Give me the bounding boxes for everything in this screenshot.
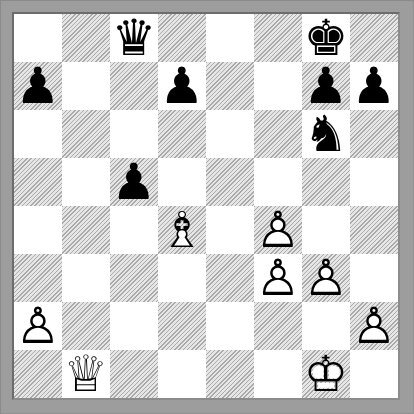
square-f8[interactable]	[254, 14, 302, 62]
piece-glyph: ♞	[304, 109, 349, 159]
square-b2[interactable]	[62, 302, 110, 350]
square-a7[interactable]: ♟	[14, 62, 62, 110]
piece-white-pawn: ♟♙	[302, 254, 350, 302]
square-e3[interactable]	[206, 254, 254, 302]
piece-glyph: ♟	[16, 61, 61, 111]
piece-white-pawn: ♟♙	[254, 254, 302, 302]
square-g3[interactable]: ♟♙	[302, 254, 350, 302]
square-g2[interactable]	[302, 302, 350, 350]
square-h7[interactable]: ♟	[350, 62, 398, 110]
square-e7[interactable]	[206, 62, 254, 110]
square-f1[interactable]	[254, 350, 302, 398]
square-d1[interactable]	[158, 350, 206, 398]
square-f4[interactable]: ♟♙	[254, 206, 302, 254]
piece-black-queen: ♛	[110, 14, 158, 62]
piece-glyph: ♙	[256, 253, 301, 303]
board-frame: ♛♚♟♟♟♟♞♟♝♗♟♙♟♙♟♙♟♙♟♙♛♕♚♔	[0, 0, 414, 414]
square-d8[interactable]	[158, 14, 206, 62]
square-h4[interactable]	[350, 206, 398, 254]
piece-black-pawn: ♟	[110, 158, 158, 206]
square-d7[interactable]: ♟	[158, 62, 206, 110]
piece-glyph: ♛	[112, 13, 157, 63]
square-f6[interactable]	[254, 110, 302, 158]
square-d4[interactable]: ♝♗	[158, 206, 206, 254]
square-e8[interactable]	[206, 14, 254, 62]
square-a1[interactable]	[14, 350, 62, 398]
square-a3[interactable]	[14, 254, 62, 302]
square-b5[interactable]	[62, 158, 110, 206]
square-b8[interactable]	[62, 14, 110, 62]
piece-white-pawn: ♟♙	[254, 206, 302, 254]
square-b1[interactable]: ♛♕	[62, 350, 110, 398]
square-d3[interactable]	[158, 254, 206, 302]
square-e1[interactable]	[206, 350, 254, 398]
square-c8[interactable]: ♛	[110, 14, 158, 62]
square-d6[interactable]	[158, 110, 206, 158]
piece-black-pawn: ♟	[14, 62, 62, 110]
square-a8[interactable]	[14, 14, 62, 62]
square-g1[interactable]: ♚♔	[302, 350, 350, 398]
square-g7[interactable]: ♟	[302, 62, 350, 110]
square-c4[interactable]	[110, 206, 158, 254]
square-b4[interactable]	[62, 206, 110, 254]
square-a6[interactable]	[14, 110, 62, 158]
piece-glyph: ♗	[160, 205, 205, 255]
square-g4[interactable]	[302, 206, 350, 254]
chess-board: ♛♚♟♟♟♟♞♟♝♗♟♙♟♙♟♙♟♙♟♙♛♕♚♔	[12, 12, 400, 400]
square-e5[interactable]	[206, 158, 254, 206]
piece-white-pawn: ♟♙	[14, 302, 62, 350]
square-f5[interactable]	[254, 158, 302, 206]
piece-glyph: ♙	[304, 253, 349, 303]
square-e2[interactable]	[206, 302, 254, 350]
piece-white-pawn: ♟♙	[350, 302, 398, 350]
square-e4[interactable]	[206, 206, 254, 254]
square-a4[interactable]	[14, 206, 62, 254]
piece-glyph: ♚	[304, 13, 349, 63]
piece-white-king: ♚♔	[302, 350, 350, 398]
piece-black-king: ♚	[302, 14, 350, 62]
square-c7[interactable]	[110, 62, 158, 110]
piece-white-queen: ♛♕	[62, 350, 110, 398]
square-f2[interactable]	[254, 302, 302, 350]
piece-glyph: ♔	[304, 349, 349, 399]
piece-glyph: ♟	[112, 157, 157, 207]
square-g6[interactable]: ♞	[302, 110, 350, 158]
square-a5[interactable]	[14, 158, 62, 206]
square-b6[interactable]	[62, 110, 110, 158]
square-a2[interactable]: ♟♙	[14, 302, 62, 350]
piece-glyph: ♙	[16, 301, 61, 351]
square-c6[interactable]	[110, 110, 158, 158]
square-b7[interactable]	[62, 62, 110, 110]
square-c2[interactable]	[110, 302, 158, 350]
piece-glyph: ♕	[64, 349, 109, 399]
piece-white-bishop: ♝♗	[158, 206, 206, 254]
square-d5[interactable]	[158, 158, 206, 206]
piece-glyph: ♙	[352, 301, 397, 351]
piece-glyph: ♟	[352, 61, 397, 111]
square-d2[interactable]	[158, 302, 206, 350]
square-h5[interactable]	[350, 158, 398, 206]
square-c3[interactable]	[110, 254, 158, 302]
square-g8[interactable]: ♚	[302, 14, 350, 62]
piece-glyph: ♙	[256, 205, 301, 255]
square-h6[interactable]	[350, 110, 398, 158]
piece-glyph: ♟	[160, 61, 205, 111]
square-f7[interactable]	[254, 62, 302, 110]
piece-black-pawn: ♟	[158, 62, 206, 110]
square-c5[interactable]: ♟	[110, 158, 158, 206]
square-f3[interactable]: ♟♙	[254, 254, 302, 302]
square-h2[interactable]: ♟♙	[350, 302, 398, 350]
square-h8[interactable]	[350, 14, 398, 62]
square-b3[interactable]	[62, 254, 110, 302]
piece-black-pawn: ♟	[350, 62, 398, 110]
square-h1[interactable]	[350, 350, 398, 398]
piece-black-pawn: ♟	[302, 62, 350, 110]
square-e6[interactable]	[206, 110, 254, 158]
square-g5[interactable]	[302, 158, 350, 206]
piece-black-knight: ♞	[302, 110, 350, 158]
square-h3[interactable]	[350, 254, 398, 302]
piece-glyph: ♟	[304, 61, 349, 111]
square-c1[interactable]	[110, 350, 158, 398]
